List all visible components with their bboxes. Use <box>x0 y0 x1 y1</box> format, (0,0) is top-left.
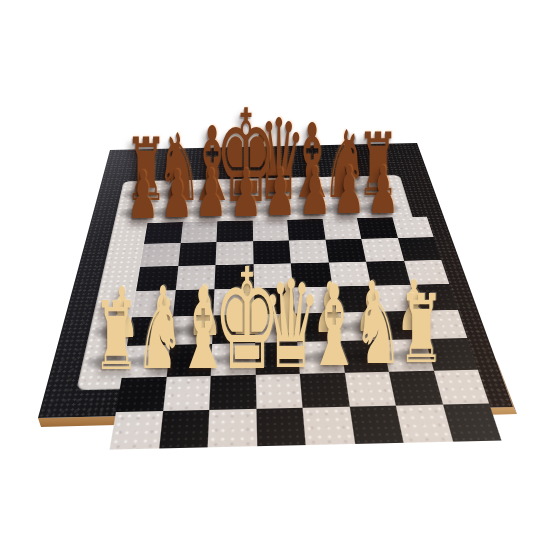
square-h7[interactable] <box>398 237 442 260</box>
piece-dark-pawn-e7[interactable]: ♟ <box>264 159 296 225</box>
piece-light-knight-b1[interactable]: ♞ <box>135 283 184 384</box>
piece-dark-pawn-c7[interactable]: ♟ <box>195 161 227 227</box>
square-d1[interactable] <box>256 408 306 447</box>
square-f1[interactable] <box>349 405 403 444</box>
piece-dark-pawn-g7[interactable]: ♟ <box>333 158 365 224</box>
square-e1[interactable] <box>303 406 355 445</box>
piece-light-rook-a1[interactable]: ♜ <box>93 289 139 384</box>
square-a1[interactable] <box>110 411 163 450</box>
piece-dark-pawn-a7[interactable]: ♟ <box>127 163 159 229</box>
square-f7[interactable] <box>325 239 366 262</box>
square-a7[interactable] <box>140 243 180 266</box>
square-b7[interactable] <box>178 242 217 265</box>
piece-dark-pawn-d7[interactable]: ♟ <box>230 160 262 226</box>
square-c1[interactable] <box>208 409 257 448</box>
piece-dark-pawn-h7[interactable]: ♟ <box>367 157 399 223</box>
piece-dark-pawn-b7[interactable]: ♟ <box>161 162 193 228</box>
piece-dark-pawn-f7[interactable]: ♟ <box>299 159 331 225</box>
square-g7[interactable] <box>361 238 403 261</box>
chess-set-photo: ♜♞♝♚♛♝♞♜♟♟♟♟♟♟♟♟♟♟♟♟♟♟♟♟♜♞♝♚♛♝♞♜ <box>0 0 533 533</box>
square-b1[interactable] <box>159 410 210 449</box>
piece-light-rook-h1[interactable]: ♜ <box>398 282 444 377</box>
